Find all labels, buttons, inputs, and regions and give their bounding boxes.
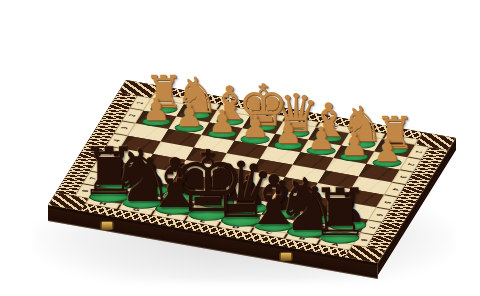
piece-white-pawn-b2[interactable]: ♟ bbox=[340, 128, 368, 159]
piece-white-pawn-a2[interactable]: ♟ bbox=[373, 134, 401, 165]
chess-set-photo: HGFEDCBA HGFEDCBA 12345678 12345678 ♜♞♝♛… bbox=[0, 0, 480, 296]
piece-white-pawn-c2[interactable]: ♟ bbox=[307, 123, 335, 154]
piece-white-pawn-g2[interactable]: ♟ bbox=[175, 99, 203, 130]
brass-hinge-right bbox=[280, 252, 293, 261]
piece-white-pawn-d2[interactable]: ♟ bbox=[274, 117, 302, 148]
brass-hinge-left bbox=[101, 221, 114, 230]
piece-white-pawn-h2[interactable]: ♟ bbox=[142, 94, 170, 125]
piece-black-rook-h8[interactable]: ♜ bbox=[80, 139, 139, 205]
